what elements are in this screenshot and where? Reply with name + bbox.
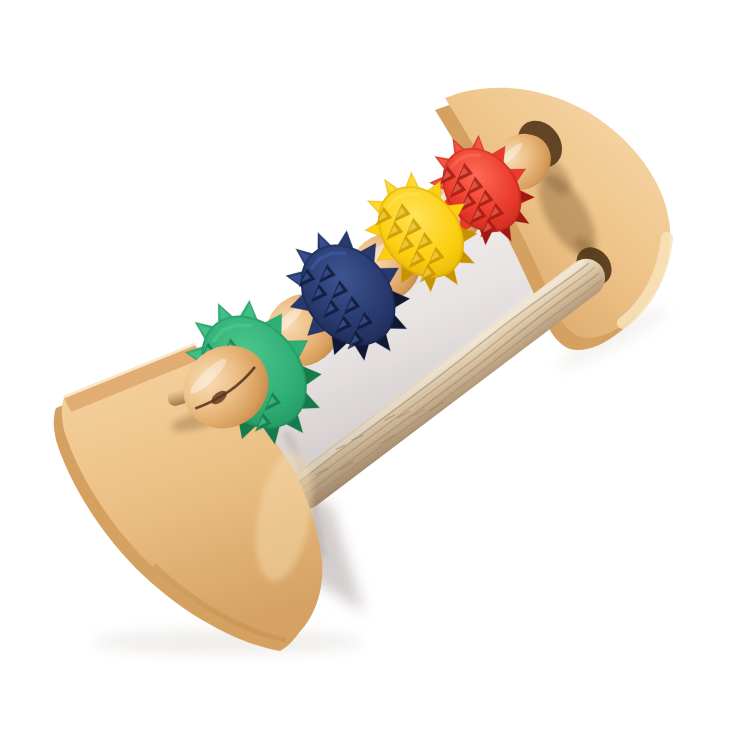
wooden-rattle-toy-photo: Wooden rattle rocking toy with four spik… xyxy=(0,0,750,750)
product-photo: Wooden rattle rocking toy with four spik… xyxy=(0,0,750,750)
